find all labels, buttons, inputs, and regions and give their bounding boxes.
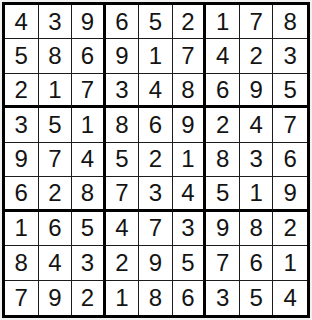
- sudoku-cell-r2c4[interactable]: 9: [106, 39, 140, 73]
- sudoku-cell-r3c6[interactable]: 8: [173, 74, 207, 108]
- sudoku-cell-r9c8[interactable]: 5: [240, 281, 274, 315]
- sudoku-cell-r6c4[interactable]: 7: [106, 177, 140, 211]
- sudoku-cell-r7c6[interactable]: 3: [173, 212, 207, 246]
- sudoku-cell-r9c9[interactable]: 4: [273, 281, 307, 315]
- sudoku-cell-r3c8[interactable]: 9: [240, 74, 274, 108]
- sudoku-cell-r1c3[interactable]: 9: [72, 5, 106, 39]
- sudoku-cell-r2c9[interactable]: 3: [273, 39, 307, 73]
- sudoku-cell-r3c7[interactable]: 6: [206, 74, 240, 108]
- sudoku-cell-r7c7[interactable]: 9: [206, 212, 240, 246]
- sudoku-cell-r8c6[interactable]: 5: [173, 246, 207, 280]
- sudoku-cell-r1c5[interactable]: 5: [139, 5, 173, 39]
- sudoku-cell-r8c3[interactable]: 3: [72, 246, 106, 280]
- sudoku-cell-r9c5[interactable]: 8: [139, 281, 173, 315]
- sudoku-cell-r9c6[interactable]: 6: [173, 281, 207, 315]
- sudoku-cell-r4c4[interactable]: 8: [106, 108, 140, 142]
- sudoku-cell-r2c2[interactable]: 8: [39, 39, 73, 73]
- sudoku-cell-r4c5[interactable]: 6: [139, 108, 173, 142]
- sudoku-cell-r1c2[interactable]: 3: [39, 5, 73, 39]
- sudoku-cell-r3c1[interactable]: 2: [5, 74, 39, 108]
- sudoku-cell-r7c3[interactable]: 5: [72, 212, 106, 246]
- sudoku-cell-r5c8[interactable]: 3: [240, 143, 274, 177]
- sudoku-cell-r6c3[interactable]: 8: [72, 177, 106, 211]
- sudoku-cell-r2c7[interactable]: 4: [206, 39, 240, 73]
- sudoku-cell-r2c3[interactable]: 6: [72, 39, 106, 73]
- sudoku-cell-r9c2[interactable]: 9: [39, 281, 73, 315]
- sudoku-cell-r8c9[interactable]: 1: [273, 246, 307, 280]
- sudoku-cell-r8c1[interactable]: 8: [5, 246, 39, 280]
- sudoku-cell-r5c1[interactable]: 9: [5, 143, 39, 177]
- sudoku-cell-r4c8[interactable]: 4: [240, 108, 274, 142]
- sudoku-cell-r2c1[interactable]: 5: [5, 39, 39, 73]
- sudoku-cell-r3c2[interactable]: 1: [39, 74, 73, 108]
- sudoku-cell-r3c3[interactable]: 7: [72, 74, 106, 108]
- sudoku-cell-r1c4[interactable]: 6: [106, 5, 140, 39]
- sudoku-cell-r9c3[interactable]: 2: [72, 281, 106, 315]
- sudoku-cell-r7c9[interactable]: 2: [273, 212, 307, 246]
- sudoku-cell-r7c2[interactable]: 6: [39, 212, 73, 246]
- sudoku-cell-r7c8[interactable]: 8: [240, 212, 274, 246]
- sudoku-cell-r8c4[interactable]: 2: [106, 246, 140, 280]
- sudoku-cell-r4c6[interactable]: 9: [173, 108, 207, 142]
- sudoku-cell-r2c8[interactable]: 2: [240, 39, 274, 73]
- sudoku-cell-r6c7[interactable]: 5: [206, 177, 240, 211]
- sudoku-cell-r7c1[interactable]: 1: [5, 212, 39, 246]
- sudoku-cell-r3c5[interactable]: 4: [139, 74, 173, 108]
- sudoku-cell-r5c3[interactable]: 4: [72, 143, 106, 177]
- sudoku-cell-r4c9[interactable]: 7: [273, 108, 307, 142]
- sudoku-cell-r9c7[interactable]: 3: [206, 281, 240, 315]
- sudoku-cell-r5c7[interactable]: 8: [206, 143, 240, 177]
- sudoku-cell-r5c4[interactable]: 5: [106, 143, 140, 177]
- sudoku-cell-r9c4[interactable]: 1: [106, 281, 140, 315]
- sudoku-cell-r4c2[interactable]: 5: [39, 108, 73, 142]
- sudoku-board: 4396521785869174232173486953518692479745…: [2, 2, 310, 318]
- sudoku-cell-r7c4[interactable]: 4: [106, 212, 140, 246]
- sudoku-cell-r5c9[interactable]: 6: [273, 143, 307, 177]
- sudoku-cell-r8c8[interactable]: 6: [240, 246, 274, 280]
- sudoku-cell-r6c2[interactable]: 2: [39, 177, 73, 211]
- sudoku-cell-r1c6[interactable]: 2: [173, 5, 207, 39]
- sudoku-cell-r5c5[interactable]: 2: [139, 143, 173, 177]
- sudoku-cell-r2c6[interactable]: 7: [173, 39, 207, 73]
- sudoku-cell-r5c6[interactable]: 1: [173, 143, 207, 177]
- sudoku-cell-r1c1[interactable]: 4: [5, 5, 39, 39]
- sudoku-cell-r4c7[interactable]: 2: [206, 108, 240, 142]
- sudoku-cell-r4c1[interactable]: 3: [5, 108, 39, 142]
- sudoku-cell-r6c1[interactable]: 6: [5, 177, 39, 211]
- sudoku-cell-r6c6[interactable]: 4: [173, 177, 207, 211]
- sudoku-cell-r8c5[interactable]: 9: [139, 246, 173, 280]
- sudoku-cell-r2c5[interactable]: 1: [139, 39, 173, 73]
- sudoku-cell-r1c9[interactable]: 8: [273, 5, 307, 39]
- sudoku-cell-r8c7[interactable]: 7: [206, 246, 240, 280]
- sudoku-cell-r3c9[interactable]: 5: [273, 74, 307, 108]
- sudoku-cell-r6c8[interactable]: 1: [240, 177, 274, 211]
- sudoku-cell-r1c8[interactable]: 7: [240, 5, 274, 39]
- sudoku-cell-r8c2[interactable]: 4: [39, 246, 73, 280]
- sudoku-cell-r6c9[interactable]: 9: [273, 177, 307, 211]
- sudoku-cell-r1c7[interactable]: 1: [206, 5, 240, 39]
- sudoku-cell-r5c2[interactable]: 7: [39, 143, 73, 177]
- sudoku-cell-r6c5[interactable]: 3: [139, 177, 173, 211]
- sudoku-cell-r7c5[interactable]: 7: [139, 212, 173, 246]
- sudoku-cell-r9c1[interactable]: 7: [5, 281, 39, 315]
- sudoku-cell-r3c4[interactable]: 3: [106, 74, 140, 108]
- sudoku-cell-r4c3[interactable]: 1: [72, 108, 106, 142]
